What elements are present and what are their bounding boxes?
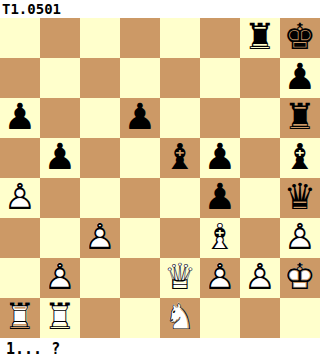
square-h2[interactable]: ♚♔ [280,258,320,298]
puzzle-id: T1.0501 [2,1,61,17]
white-pawn-outline: ♙ [240,256,280,296]
square-f5[interactable]: ♟ [200,138,240,178]
square-c5[interactable] [80,138,120,178]
square-h3[interactable]: ♟♙ [280,218,320,258]
square-a2[interactable] [0,258,40,298]
white-rook-outline: ♖ [40,296,80,336]
square-h5[interactable]: ♝ [280,138,320,178]
black-pawn[interactable]: ♟ [200,178,240,218]
black-pawn[interactable]: ♟ [200,138,240,178]
white-pawn[interactable]: ♟♙ [280,218,320,258]
square-h6[interactable]: ♜ [280,98,320,138]
white-rook[interactable]: ♜♖ [40,298,80,338]
white-king-outline: ♔ [280,256,320,296]
square-c7[interactable] [80,58,120,98]
square-g1[interactable] [240,298,280,338]
square-d5[interactable] [120,138,160,178]
square-f2[interactable]: ♟♙ [200,258,240,298]
white-pawn[interactable]: ♟♙ [0,178,40,218]
white-knight-outline: ♘ [160,296,200,336]
square-e3[interactable] [160,218,200,258]
square-c4[interactable] [80,178,120,218]
black-rook-glyph: ♜ [280,96,320,136]
black-pawn-glyph: ♟ [0,96,40,136]
black-queen-glyph: ♛ [280,176,320,216]
square-e1[interactable]: ♞♘ [160,298,200,338]
black-pawn-glyph: ♟ [200,176,240,216]
square-c8[interactable] [80,18,120,58]
white-rook[interactable]: ♜♖ [0,298,40,338]
move-prompt: 1... ? [6,340,60,358]
white-pawn-outline: ♙ [0,176,40,216]
white-bishop[interactable]: ♝♗ [200,218,240,258]
square-c2[interactable] [80,258,120,298]
square-e2[interactable]: ♛♕ [160,258,200,298]
square-g4[interactable] [240,178,280,218]
square-a3[interactable] [0,218,40,258]
square-f7[interactable] [200,58,240,98]
square-g2[interactable]: ♟♙ [240,258,280,298]
black-pawn-glyph: ♟ [200,136,240,176]
square-c3[interactable]: ♟♙ [80,218,120,258]
square-h8[interactable]: ♚ [280,18,320,58]
black-pawn[interactable]: ♟ [40,138,80,178]
white-bishop-outline: ♗ [200,216,240,256]
square-d8[interactable] [120,18,160,58]
square-a4[interactable]: ♟♙ [0,178,40,218]
square-b2[interactable]: ♟♙ [40,258,80,298]
white-pawn-outline: ♙ [200,256,240,296]
white-pawn[interactable]: ♟♙ [80,218,120,258]
square-b8[interactable] [40,18,80,58]
black-pawn[interactable]: ♟ [0,98,40,138]
black-pawn[interactable]: ♟ [280,58,320,98]
black-pawn-glyph: ♟ [40,136,80,176]
black-pawn[interactable]: ♟ [120,98,160,138]
white-pawn-outline: ♙ [40,256,80,296]
square-h4[interactable]: ♛ [280,178,320,218]
white-pawn[interactable]: ♟♙ [40,258,80,298]
square-d1[interactable] [120,298,160,338]
square-b6[interactable] [40,98,80,138]
black-queen[interactable]: ♛ [280,178,320,218]
square-d7[interactable] [120,58,160,98]
square-c6[interactable] [80,98,120,138]
square-g3[interactable] [240,218,280,258]
white-king[interactable]: ♚♔ [280,258,320,298]
square-e8[interactable] [160,18,200,58]
square-b3[interactable] [40,218,80,258]
square-f1[interactable] [200,298,240,338]
square-b7[interactable] [40,58,80,98]
black-pawn-glyph: ♟ [280,56,320,96]
square-f4[interactable]: ♟ [200,178,240,218]
black-bishop-glyph: ♝ [160,136,200,176]
square-g8[interactable]: ♜ [240,18,280,58]
square-b5[interactable]: ♟ [40,138,80,178]
square-e6[interactable] [160,98,200,138]
white-pawn-outline: ♙ [80,216,120,256]
square-g6[interactable] [240,98,280,138]
square-f6[interactable] [200,98,240,138]
square-g5[interactable] [240,138,280,178]
white-knight[interactable]: ♞♘ [160,298,200,338]
black-rook-glyph: ♜ [240,16,280,56]
square-f8[interactable] [200,18,240,58]
square-d6[interactable]: ♟ [120,98,160,138]
square-a6[interactable]: ♟ [0,98,40,138]
square-a8[interactable] [0,18,40,58]
white-queen[interactable]: ♛♕ [160,258,200,298]
black-rook[interactable]: ♜ [280,98,320,138]
square-g7[interactable] [240,58,280,98]
white-pawn[interactable]: ♟♙ [240,258,280,298]
black-king-glyph: ♚ [280,16,320,56]
square-e7[interactable] [160,58,200,98]
square-e5[interactable]: ♝ [160,138,200,178]
square-b4[interactable] [40,178,80,218]
black-pawn-glyph: ♟ [120,96,160,136]
square-h1[interactable] [280,298,320,338]
square-d2[interactable] [120,258,160,298]
square-h7[interactable]: ♟ [280,58,320,98]
white-rook-outline: ♖ [0,296,40,336]
black-bishop[interactable]: ♝ [160,138,200,178]
chess-board: ♜♚♟♟♟♜♟♝♟♝♟♙♟♛♟♙♝♗♟♙♟♙♛♕♟♙♟♙♚♔♜♖♜♖♞♘ [0,18,320,338]
square-a5[interactable] [0,138,40,178]
square-a1[interactable]: ♜♖ [0,298,40,338]
square-c1[interactable] [80,298,120,338]
square-a7[interactable] [0,58,40,98]
black-bishop[interactable]: ♝ [280,138,320,178]
square-b1[interactable]: ♜♖ [40,298,80,338]
white-pawn[interactable]: ♟♙ [200,258,240,298]
black-rook[interactable]: ♜ [240,18,280,58]
white-pawn-outline: ♙ [280,216,320,256]
black-bishop-glyph: ♝ [280,136,320,176]
square-f3[interactable]: ♝♗ [200,218,240,258]
white-queen-outline: ♕ [160,256,200,296]
status-bar: 1... ? [0,338,320,360]
square-d4[interactable] [120,178,160,218]
black-king[interactable]: ♚ [280,18,320,58]
square-e4[interactable] [160,178,200,218]
square-d3[interactable] [120,218,160,258]
